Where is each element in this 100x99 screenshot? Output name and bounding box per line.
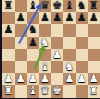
square-g5[interactable] bbox=[76, 37, 88, 49]
square-g2[interactable]: ♟ bbox=[76, 73, 88, 85]
board-frame: ♜♝♛♚♝♞♜♟♟♟♟♟♟♟♞♟♞♟♝♞♟♟♟♟♟♟♟♜♝♛♚♜ bbox=[0, 0, 100, 99]
white-king[interactable]: ♚ bbox=[51, 85, 63, 97]
white-pawn[interactable]: ♟ bbox=[15, 73, 27, 85]
square-d5[interactable]: ♞ bbox=[39, 37, 51, 49]
square-e7[interactable]: ♟ bbox=[51, 12, 63, 24]
square-h7[interactable]: ♟ bbox=[88, 12, 100, 24]
square-d7[interactable]: ♟ bbox=[39, 12, 51, 24]
black-pawn[interactable]: ♟ bbox=[76, 12, 88, 24]
black-pawn[interactable]: ♟ bbox=[39, 12, 51, 24]
square-a4[interactable] bbox=[2, 49, 14, 61]
square-f5[interactable] bbox=[63, 37, 75, 49]
square-b2[interactable]: ♟ bbox=[15, 73, 27, 85]
white-pawn[interactable]: ♟ bbox=[76, 73, 88, 85]
white-queen[interactable]: ♛ bbox=[39, 85, 51, 97]
square-f6[interactable] bbox=[63, 24, 75, 36]
square-c1[interactable]: ♝ bbox=[27, 85, 39, 97]
square-a5[interactable] bbox=[2, 37, 14, 49]
black-knight[interactable]: ♞ bbox=[27, 24, 39, 36]
square-b7[interactable]: ♟ bbox=[15, 12, 27, 24]
black-bishop[interactable]: ♝ bbox=[27, 0, 39, 12]
square-c8[interactable]: ♝ bbox=[27, 0, 39, 12]
square-f1[interactable] bbox=[63, 85, 75, 97]
black-pawn[interactable]: ♟ bbox=[27, 37, 39, 49]
square-b4[interactable] bbox=[15, 49, 27, 61]
white-pawn[interactable]: ♟ bbox=[63, 73, 75, 85]
black-pawn[interactable]: ♟ bbox=[2, 24, 14, 36]
square-e6[interactable] bbox=[51, 24, 63, 36]
square-h4[interactable] bbox=[88, 49, 100, 61]
square-c6[interactable]: ♞ bbox=[27, 24, 39, 36]
square-b5[interactable] bbox=[15, 37, 27, 49]
chess-board: ♜♝♛♚♝♞♜♟♟♟♟♟♟♟♞♟♞♟♝♞♟♟♟♟♟♟♟♜♝♛♚♜ bbox=[2, 0, 100, 98]
white-rook[interactable]: ♜ bbox=[88, 85, 100, 97]
white-bishop[interactable]: ♝ bbox=[27, 85, 39, 97]
square-a1[interactable]: ♜ bbox=[2, 85, 14, 97]
square-c5[interactable]: ♟ bbox=[27, 37, 39, 49]
square-h5[interactable] bbox=[88, 37, 100, 49]
black-pawn[interactable]: ♟ bbox=[51, 12, 63, 24]
square-g7[interactable]: ♟ bbox=[76, 12, 88, 24]
square-a8[interactable]: ♜ bbox=[2, 0, 14, 12]
black-rook[interactable]: ♜ bbox=[2, 0, 14, 12]
square-g1[interactable] bbox=[76, 85, 88, 97]
black-pawn[interactable]: ♟ bbox=[15, 12, 27, 24]
square-a6[interactable]: ♟ bbox=[2, 24, 14, 36]
square-d1[interactable]: ♛ bbox=[39, 85, 51, 97]
square-b1[interactable] bbox=[15, 85, 27, 97]
square-f7[interactable]: ♟ bbox=[63, 12, 75, 24]
white-knight[interactable]: ♞ bbox=[39, 37, 51, 49]
square-b6[interactable] bbox=[15, 24, 27, 36]
white-pawn[interactable]: ♟ bbox=[51, 49, 63, 61]
square-c4[interactable] bbox=[27, 49, 39, 61]
white-rook[interactable]: ♜ bbox=[2, 85, 14, 97]
black-pawn[interactable]: ♟ bbox=[63, 12, 75, 24]
square-e4[interactable]: ♟ bbox=[51, 49, 63, 61]
square-e5[interactable] bbox=[51, 37, 63, 49]
square-g4[interactable] bbox=[76, 49, 88, 61]
black-pawn[interactable]: ♟ bbox=[88, 12, 100, 24]
square-e3[interactable] bbox=[51, 61, 63, 73]
square-f2[interactable]: ♟ bbox=[63, 73, 75, 85]
square-h6[interactable] bbox=[88, 24, 100, 36]
square-d6[interactable] bbox=[39, 24, 51, 36]
square-e1[interactable]: ♚ bbox=[51, 85, 63, 97]
square-h1[interactable]: ♜ bbox=[88, 85, 100, 97]
square-g6[interactable] bbox=[76, 24, 88, 36]
